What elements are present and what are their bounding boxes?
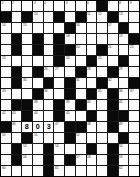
grid-cell[interactable]	[22, 89, 32, 99]
black-cell	[65, 122, 75, 132]
grid-cell[interactable]: 5	[65, 1, 75, 11]
clue-number: 46	[12, 122, 16, 125]
grid-cell[interactable]	[54, 1, 64, 11]
grid-cell[interactable]	[87, 133, 97, 143]
grid-cell[interactable]	[44, 111, 54, 121]
grid-cell[interactable]: 6	[87, 1, 97, 11]
clue-number: 61	[55, 166, 59, 169]
grid-cell[interactable]	[12, 89, 22, 99]
black-cell	[54, 45, 64, 55]
grid-cell[interactable]: 7	[108, 1, 118, 11]
black-cell	[87, 144, 97, 154]
black-cell	[108, 67, 118, 77]
black-cell	[54, 12, 64, 22]
clue-number: 40	[87, 100, 91, 103]
grid-cell[interactable]: 28	[87, 67, 97, 77]
grid-cell[interactable]: 42	[1, 111, 11, 121]
black-cell	[44, 166, 54, 176]
grid-cell[interactable]	[12, 166, 22, 176]
grid-cell[interactable]: 12	[97, 12, 107, 22]
clue-number: 21	[108, 45, 112, 48]
black-cell	[33, 89, 43, 99]
grid-cell[interactable]	[1, 45, 11, 55]
grid-cell[interactable]	[44, 23, 54, 33]
grid-cell[interactable]	[22, 1, 32, 11]
grid-cell[interactable]: 8	[119, 1, 129, 11]
black-cell	[119, 133, 129, 143]
grid-cell[interactable]	[65, 12, 75, 22]
black-cell	[12, 155, 22, 165]
grid-cell[interactable]	[97, 133, 107, 143]
clue-number: 44	[34, 111, 38, 114]
grid-cell[interactable]	[76, 89, 86, 99]
clue-number: 34	[44, 89, 48, 92]
black-cell	[12, 100, 22, 110]
grid-cell[interactable]	[33, 78, 43, 88]
clue-number: 49	[119, 122, 123, 125]
black-cell	[65, 89, 75, 99]
clue-number: 23	[2, 56, 6, 59]
clue-number: 35	[98, 89, 102, 92]
clue-number: 5	[66, 1, 68, 4]
clue-number: 9	[130, 1, 132, 4]
grid-cell[interactable]	[108, 34, 118, 44]
black-cell	[108, 89, 118, 99]
grid-cell[interactable]	[87, 45, 97, 55]
grid-cell[interactable]	[1, 67, 11, 77]
grid-cell[interactable]: 18	[65, 34, 75, 44]
grid-cell[interactable]	[97, 111, 107, 121]
black-cell	[119, 56, 129, 66]
grid-cell[interactable]: 58	[87, 155, 97, 165]
grid-cell[interactable]	[76, 1, 86, 11]
grid-cell[interactable]: 53	[22, 144, 32, 154]
clue-number: 28	[87, 67, 91, 70]
grid-cell[interactable]: 52	[76, 133, 86, 143]
grid-cell[interactable]	[129, 56, 139, 66]
grid-cell[interactable]	[44, 56, 54, 66]
grid-cell[interactable]	[54, 23, 64, 33]
clue-number: 27	[55, 67, 59, 70]
grid-cell[interactable]	[44, 12, 54, 22]
clue-number: 20	[76, 45, 80, 48]
grid-cell[interactable]: 48	[87, 122, 97, 132]
grid-cell[interactable]	[33, 144, 43, 154]
fill-digit: 3	[45, 123, 53, 131]
clue-number: 3	[34, 1, 36, 4]
black-cell	[129, 34, 139, 44]
grid-cell[interactable]	[97, 100, 107, 110]
grid-cell[interactable]	[12, 133, 22, 143]
grid-cell[interactable]	[129, 12, 139, 22]
clue-number: 6	[87, 1, 89, 4]
grid-cell[interactable]	[97, 144, 107, 154]
fill-digit: 0	[34, 123, 42, 131]
clue-number: 31	[76, 78, 80, 81]
grid-cell[interactable]	[87, 23, 97, 33]
clue-number: 53	[23, 144, 27, 147]
black-cell	[12, 45, 22, 55]
grid-cell[interactable]: 9	[129, 1, 139, 11]
grid-cell[interactable]	[129, 100, 139, 110]
grid-cell[interactable]: 32	[108, 78, 118, 88]
grid-cell[interactable]: 26	[44, 67, 54, 77]
grid-cell[interactable]: 38	[33, 100, 43, 110]
clue-number: 14	[2, 23, 6, 26]
clue-number: 60	[2, 166, 6, 169]
clue-number: 52	[76, 133, 80, 136]
clue-number: 8	[119, 1, 121, 4]
black-cell	[87, 89, 97, 99]
grid-cell[interactable]: 10	[33, 12, 43, 22]
clue-number: 19	[119, 34, 123, 37]
grid-cell[interactable]: 29	[119, 67, 129, 77]
black-cell	[108, 100, 118, 110]
clue-number: 38	[34, 100, 38, 103]
black-cell	[108, 144, 118, 154]
black-cell	[54, 100, 64, 110]
black-cell	[119, 23, 129, 33]
black-cell	[54, 56, 64, 66]
clue-number: 50	[2, 133, 6, 136]
clue-number: 7	[108, 1, 110, 4]
grid-cell[interactable]	[129, 144, 139, 154]
grid-cell[interactable]: 44	[33, 111, 43, 121]
clue-number: 36	[119, 89, 123, 92]
clue-number: 58	[87, 155, 91, 158]
black-cell	[97, 78, 107, 88]
grid-cell[interactable]: 16	[76, 23, 86, 33]
black-cell	[108, 111, 118, 121]
grid-cell[interactable]: 60	[1, 166, 11, 176]
grid-cell[interactable]	[129, 166, 139, 176]
clue-number: 16	[76, 23, 80, 26]
clue-number: 4	[44, 1, 46, 4]
grid-cell[interactable]: 21	[108, 45, 118, 55]
grid-cell[interactable]: 3	[33, 1, 43, 11]
clue-number: 59	[119, 155, 123, 158]
grid-cell[interactable]	[22, 56, 32, 66]
black-cell	[54, 34, 64, 44]
black-cell	[97, 45, 107, 55]
black-cell	[33, 45, 43, 55]
grid-cell[interactable]: 3	[44, 122, 54, 132]
clue-number: 11	[87, 12, 90, 15]
black-cell	[22, 133, 32, 143]
grid-cell[interactable]: 20	[76, 45, 86, 55]
grid-cell[interactable]	[44, 45, 54, 55]
clue-number: 13	[119, 12, 123, 15]
clue-number: 45	[66, 111, 70, 114]
grid-cell[interactable]	[108, 56, 118, 66]
grid-cell[interactable]: 55	[119, 144, 129, 154]
crossword-grid: 1234567891011121314151617181920212223242…	[0, 0, 140, 177]
grid-cell[interactable]: 17	[108, 23, 118, 33]
clue-number: 62	[119, 166, 123, 169]
grid-cell[interactable]: 43	[12, 111, 22, 121]
black-cell	[22, 100, 32, 110]
black-cell	[119, 111, 129, 121]
black-cell	[129, 78, 139, 88]
grid-cell[interactable]: 40	[87, 100, 97, 110]
grid-cell[interactable]	[76, 166, 86, 176]
black-cell	[76, 67, 86, 77]
black-cell	[12, 67, 22, 77]
clue-number: 10	[34, 12, 38, 15]
grid-cell[interactable]: 30	[22, 78, 32, 88]
grid-cell[interactable]: 45	[65, 111, 75, 121]
grid-cell[interactable]: 19	[119, 34, 129, 44]
clue-number: 22	[130, 45, 134, 48]
grid-cell[interactable]	[44, 100, 54, 110]
grid-cell[interactable]: 15	[22, 23, 32, 33]
clue-number: 2	[12, 1, 14, 4]
grid-cell[interactable]	[1, 155, 11, 165]
black-cell	[44, 78, 54, 88]
black-cell	[12, 78, 22, 88]
black-cell	[76, 12, 86, 22]
grid-cell[interactable]	[97, 122, 107, 132]
grid-cell[interactable]: 23	[1, 56, 11, 66]
clue-number: 56	[23, 155, 27, 158]
black-cell	[108, 166, 118, 176]
grid-cell[interactable]: 34	[44, 89, 54, 99]
black-cell	[33, 34, 43, 44]
grid-cell[interactable]	[97, 23, 107, 33]
grid-cell[interactable]	[65, 67, 75, 77]
black-cell	[1, 122, 11, 132]
clue-number: 48	[87, 122, 91, 125]
clue-number: 55	[119, 144, 123, 147]
black-cell	[65, 155, 75, 165]
grid-cell[interactable]	[22, 166, 32, 176]
grid-cell[interactable]	[54, 89, 64, 99]
grid-cell[interactable]	[129, 111, 139, 121]
black-cell	[87, 56, 97, 66]
grid-cell[interactable]: 61	[54, 166, 64, 176]
black-cell	[108, 122, 118, 132]
grid-cell[interactable]: 33	[1, 89, 11, 99]
clue-number: 29	[119, 67, 123, 70]
clue-number: 25	[98, 56, 102, 59]
grid-cell[interactable]: 50	[1, 133, 11, 143]
grid-cell[interactable]: 35	[97, 89, 107, 99]
clue-number: 17	[108, 23, 112, 26]
grid-cell[interactable]	[44, 133, 54, 143]
black-cell	[65, 45, 75, 55]
grid-cell[interactable]	[97, 67, 107, 77]
grid-cell[interactable]: 8	[22, 122, 32, 132]
black-cell	[65, 23, 75, 33]
black-cell	[108, 12, 118, 22]
grid-cell[interactable]	[97, 34, 107, 44]
grid-cell[interactable]	[119, 78, 129, 88]
grid-cell[interactable]	[108, 133, 118, 143]
grid-cell[interactable]: 13	[119, 12, 129, 22]
black-cell	[1, 12, 11, 22]
grid-cell[interactable]	[12, 56, 22, 66]
grid-cell[interactable]: 41	[119, 100, 129, 110]
grid-cell[interactable]	[76, 34, 86, 44]
grid-cell[interactable]	[33, 56, 43, 66]
fill-digit: 8	[23, 123, 31, 131]
grid-cell[interactable]	[129, 133, 139, 143]
grid-cell[interactable]	[22, 45, 32, 55]
clue-number: 51	[34, 133, 38, 136]
clue-number: 47	[55, 122, 59, 125]
clue-number: 33	[2, 89, 6, 92]
grid-cell[interactable]: 4	[44, 1, 54, 11]
grid-cell[interactable]: 11	[87, 12, 97, 22]
clue-number: 57	[76, 155, 80, 158]
grid-cell[interactable]	[54, 133, 64, 143]
black-cell	[54, 111, 64, 121]
clue-number: 43	[12, 111, 16, 114]
grid-cell[interactable]: 49	[119, 122, 129, 132]
black-cell	[22, 12, 32, 22]
grid-cell[interactable]: 14	[1, 23, 11, 33]
black-cell	[76, 100, 86, 110]
grid-cell[interactable]	[12, 23, 22, 33]
grid-cell[interactable]	[44, 34, 54, 44]
black-cell	[87, 111, 97, 121]
black-cell	[44, 155, 54, 165]
grid-cell[interactable]: 24	[65, 56, 75, 66]
black-cell	[108, 155, 118, 165]
clue-number: 24	[66, 56, 70, 59]
grid-cell[interactable]	[87, 166, 97, 176]
clue-number: 41	[119, 100, 123, 103]
clue-number: 42	[2, 111, 6, 114]
grid-cell[interactable]: 37	[129, 89, 139, 99]
grid-cell[interactable]	[1, 34, 11, 44]
grid-cell[interactable]: 1	[1, 1, 11, 11]
black-cell	[33, 67, 43, 77]
grid-cell[interactable]: 25	[97, 56, 107, 66]
grid-cell[interactable]: 47	[54, 122, 64, 132]
grid-cell[interactable]	[76, 144, 86, 154]
grid-cell[interactable]: 31	[76, 78, 86, 88]
grid-cell[interactable]: 39	[65, 100, 75, 110]
black-cell	[22, 111, 32, 121]
grid-cell[interactable]	[97, 155, 107, 165]
clue-number: 30	[23, 78, 27, 81]
black-cell	[76, 122, 86, 132]
grid-cell[interactable]	[1, 78, 11, 88]
grid-cell[interactable]	[76, 111, 86, 121]
grid-cell[interactable]: 2	[12, 1, 22, 11]
clue-number: 37	[130, 89, 134, 92]
clue-number: 1	[2, 1, 4, 4]
grid-cell[interactable]	[76, 56, 86, 66]
grid-cell[interactable]	[97, 166, 107, 176]
grid-cell[interactable]: 57	[76, 155, 86, 165]
grid-cell[interactable]: 27	[54, 67, 64, 77]
black-cell	[97, 1, 107, 11]
grid-cell[interactable]	[22, 67, 32, 77]
grid-cell[interactable]: 62	[119, 166, 129, 176]
clue-number: 39	[66, 100, 70, 103]
black-cell	[65, 133, 75, 143]
black-cell	[65, 78, 75, 88]
grid-cell[interactable]	[87, 34, 97, 44]
grid-cell[interactable]: 36	[119, 89, 129, 99]
grid-cell[interactable]	[54, 78, 64, 88]
grid-cell[interactable]	[1, 144, 11, 154]
clue-number: 32	[108, 78, 112, 81]
clue-number: 12	[98, 12, 102, 15]
grid-cell[interactable]: 22	[129, 45, 139, 55]
grid-cell[interactable]	[65, 144, 75, 154]
clue-number: 15	[23, 23, 27, 26]
grid-cell[interactable]	[129, 155, 139, 165]
grid-cell[interactable]	[129, 23, 139, 33]
grid-cell[interactable]: 0	[33, 122, 43, 132]
grid-cell[interactable]	[54, 155, 64, 165]
grid-cell[interactable]: 59	[119, 155, 129, 165]
grid-cell[interactable]	[65, 166, 75, 176]
black-cell	[12, 34, 22, 44]
grid-cell[interactable]	[22, 34, 32, 44]
grid-cell[interactable]	[129, 122, 139, 132]
grid-cell[interactable]	[12, 12, 22, 22]
grid-cell[interactable]: 54	[54, 144, 64, 154]
black-cell	[12, 144, 22, 154]
grid-cell[interactable]: 46	[12, 122, 22, 132]
grid-cell[interactable]	[33, 155, 43, 165]
grid-cell[interactable]	[129, 67, 139, 77]
grid-cell[interactable]	[33, 166, 43, 176]
grid-cell[interactable]: 51	[33, 133, 43, 143]
clue-number: 54	[55, 144, 59, 147]
grid-cell[interactable]: 56	[22, 155, 32, 165]
clue-number: 26	[44, 67, 48, 70]
grid-cell[interactable]	[33, 23, 43, 33]
black-cell	[44, 144, 54, 154]
grid-cell[interactable]	[1, 100, 11, 110]
grid-cell[interactable]	[119, 45, 129, 55]
clue-number: 18	[66, 34, 70, 37]
grid-cell[interactable]	[87, 78, 97, 88]
